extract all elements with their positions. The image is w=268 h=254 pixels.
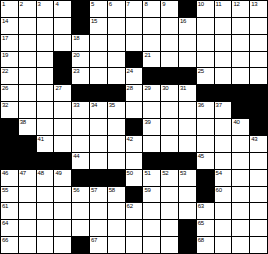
crossword-grid: 1234567891011121314151617181920212223242… [0,0,268,254]
black-cell [19,136,36,152]
black-cell [161,153,178,169]
grid-cell[interactable] [143,203,160,219]
grid-cell[interactable]: 56 [72,187,89,203]
clue-number: 42 [127,136,133,143]
grid-cell[interactable]: 67 [90,237,107,253]
clue-number: 22 [2,68,8,75]
clue-number: 40 [233,119,239,126]
black-cell [215,85,232,101]
grid-cell[interactable]: 62 [126,203,143,219]
clue-number: 52 [162,170,168,177]
black-cell [54,68,71,84]
black-cell [19,153,36,169]
grid-cell[interactable] [90,136,107,152]
grid-cell[interactable] [126,102,143,118]
grid-cell[interactable] [161,35,178,51]
grid-cell[interactable]: 18 [72,35,89,51]
grid-cell[interactable] [126,220,143,236]
grid-cell[interactable]: 37 [215,102,232,118]
grid-cell[interactable]: 3 [37,1,54,17]
grid-cell[interactable] [19,187,36,203]
grid-cell[interactable]: 35 [108,102,125,118]
clue-number: 60 [216,187,222,194]
clue-number: 44 [73,153,79,160]
clue-number: 14 [2,18,8,25]
grid-cell[interactable]: 24 [126,68,143,84]
grid-cell[interactable] [143,220,160,236]
clue-number: 43 [251,136,257,143]
grid-cell[interactable] [72,119,89,135]
grid-cell[interactable] [19,85,36,101]
clue-number: 2 [20,1,23,8]
grid-cell[interactable] [215,237,232,253]
grid-cell[interactable] [232,35,249,51]
clue-number: 12 [233,1,239,8]
grid-cell[interactable]: 32 [1,102,18,118]
grid-cell[interactable]: 43 [250,136,267,152]
grid-cell[interactable] [143,18,160,34]
grid-cell[interactable] [179,136,196,152]
grid-cell[interactable] [232,18,249,34]
clue-number: 36 [198,102,204,109]
black-cell [179,237,196,253]
black-cell [250,102,267,118]
grid-cell[interactable]: 41 [37,136,54,152]
grid-cell[interactable] [37,102,54,118]
clue-number: 63 [198,203,204,210]
clue-number: 11 [216,1,222,8]
grid-cell[interactable] [161,119,178,135]
clue-number: 46 [2,170,8,177]
grid-cell[interactable] [54,35,71,51]
grid-cell[interactable] [143,35,160,51]
grid-cell[interactable] [37,52,54,68]
clue-number: 47 [20,170,26,177]
grid-cell[interactable] [54,136,71,152]
grid-cell[interactable] [108,237,125,253]
grid-cell[interactable]: 45 [197,153,214,169]
grid-cell[interactable] [215,68,232,84]
grid-cell[interactable] [250,18,267,34]
grid-cell[interactable] [215,18,232,34]
grid-cell[interactable] [179,35,196,51]
black-cell [179,68,196,84]
black-cell [1,153,18,169]
clue-number: 37 [216,102,222,109]
grid-cell[interactable]: 39 [143,119,160,135]
grid-cell[interactable]: 2 [19,1,36,17]
black-cell [179,153,196,169]
clue-number: 15 [91,18,97,25]
black-cell [54,52,71,68]
grid-cell[interactable]: 61 [1,203,18,219]
clue-number: 51 [144,170,150,177]
grid-cell[interactable] [54,18,71,34]
grid-cell[interactable] [108,119,125,135]
black-cell [197,85,214,101]
grid-cell[interactable] [54,237,71,253]
clue-number: 3 [38,1,41,8]
grid-cell[interactable] [37,35,54,51]
grid-cell[interactable]: 5 [90,1,107,17]
grid-cell[interactable]: 17 [1,35,18,51]
grid-cell[interactable]: 40 [232,119,249,135]
clue-number: 55 [2,187,8,194]
grid-cell[interactable] [232,187,249,203]
black-cell [90,85,107,101]
clue-number: 65 [198,220,204,227]
grid-cell[interactable] [108,68,125,84]
grid-cell[interactable] [126,35,143,51]
grid-cell[interactable] [54,220,71,236]
clue-number: 25 [198,68,204,75]
grid-cell[interactable] [19,237,36,253]
grid-cell[interactable] [250,237,267,253]
grid-cell[interactable]: 38 [19,119,36,135]
black-cell [54,153,71,169]
grid-cell[interactable] [250,153,267,169]
clue-number: 32 [2,102,8,109]
grid-cell[interactable] [232,68,249,84]
clue-number: 5 [91,1,94,8]
clue-number: 29 [144,85,150,92]
grid-cell[interactable]: 63 [197,203,214,219]
grid-cell[interactable] [90,52,107,68]
clue-number: 31 [180,85,186,92]
grid-cell[interactable] [108,35,125,51]
clue-number: 24 [127,68,133,75]
grid-cell[interactable]: 15 [90,18,107,34]
grid-cell[interactable]: 64 [1,220,18,236]
grid-cell[interactable] [19,18,36,34]
grid-cell[interactable] [232,52,249,68]
grid-cell[interactable]: 11 [215,1,232,17]
grid-cell[interactable]: 1 [1,1,18,17]
grid-cell[interactable] [19,203,36,219]
clue-number: 56 [73,187,79,194]
grid-cell[interactable] [161,203,178,219]
grid-cell[interactable] [90,220,107,236]
clue-number: 67 [91,237,97,244]
grid-cell[interactable] [250,203,267,219]
grid-cell[interactable]: 22 [1,68,18,84]
black-cell [197,187,214,203]
grid-cell[interactable]: 36 [197,102,214,118]
clue-number: 39 [144,119,150,126]
grid-cell[interactable] [197,136,214,152]
clue-number: 68 [198,237,204,244]
black-cell [179,1,196,17]
grid-cell[interactable]: 25 [197,68,214,84]
clue-number: 28 [127,85,133,92]
grid-cell[interactable]: 16 [179,18,196,34]
grid-cell[interactable]: 6 [108,1,125,17]
grid-cell[interactable]: 44 [72,153,89,169]
grid-cell[interactable] [197,18,214,34]
grid-cell[interactable] [232,203,249,219]
grid-cell[interactable] [108,153,125,169]
black-cell [37,153,54,169]
clue-number: 21 [144,52,150,59]
grid-cell[interactable]: 31 [179,85,196,101]
grid-cell[interactable]: 68 [197,237,214,253]
black-cell [232,102,249,118]
black-cell [250,85,267,101]
grid-cell[interactable]: 58 [108,187,125,203]
grid-cell[interactable] [126,18,143,34]
grid-cell[interactable] [197,119,214,135]
clue-number: 13 [251,1,257,8]
grid-cell[interactable] [37,203,54,219]
clue-number: 6 [109,1,112,8]
grid-cell[interactable] [37,119,54,135]
clue-number: 66 [2,237,8,244]
grid-cell[interactable]: 65 [197,220,214,236]
grid-cell[interactable] [108,18,125,34]
clue-number: 38 [20,119,26,126]
grid-cell[interactable] [250,52,267,68]
grid-cell[interactable] [250,187,267,203]
clue-number: 62 [127,203,133,210]
black-cell [126,187,143,203]
clue-number: 16 [180,18,186,25]
clue-number: 58 [109,187,115,194]
clue-number: 50 [127,170,133,177]
black-cell [143,153,160,169]
black-cell [72,1,89,17]
grid-cell[interactable] [161,52,178,68]
black-cell [72,85,89,101]
grid-cell[interactable]: 10 [197,1,214,17]
grid-cell[interactable] [19,220,36,236]
grid-cell[interactable]: 12 [232,1,249,17]
grid-cell[interactable]: 66 [1,237,18,253]
grid-cell[interactable] [215,136,232,152]
black-cell [1,136,18,152]
grid-cell[interactable] [108,203,125,219]
clue-number: 33 [73,102,79,109]
clue-number: 59 [144,187,150,194]
clue-number: 57 [91,187,97,194]
grid-cell[interactable] [19,35,36,51]
grid-cell[interactable] [215,153,232,169]
grid-cell[interactable]: 27 [54,85,71,101]
grid-cell[interactable]: 48 [37,170,54,186]
grid-cell[interactable] [161,102,178,118]
grid-cell[interactable]: 59 [143,187,160,203]
grid-cell[interactable]: 9 [161,1,178,17]
clue-number: 18 [73,35,79,42]
grid-cell[interactable]: 13 [250,1,267,17]
grid-cell[interactable] [19,102,36,118]
grid-cell[interactable] [215,119,232,135]
black-cell [179,220,196,236]
grid-cell[interactable]: 50 [126,170,143,186]
grid-cell[interactable] [179,187,196,203]
grid-cell[interactable] [179,52,196,68]
clue-number: 30 [162,85,168,92]
grid-cell[interactable]: 46 [1,170,18,186]
grid-cell[interactable] [143,237,160,253]
clue-number: 41 [38,136,44,143]
black-cell [250,119,267,135]
clue-number: 35 [109,102,115,109]
grid-cell[interactable] [143,102,160,118]
grid-cell[interactable]: 34 [90,102,107,118]
grid-cell[interactable]: 20 [72,52,89,68]
grid-cell[interactable] [179,203,196,219]
grid-cell[interactable] [250,35,267,51]
grid-cell[interactable] [54,119,71,135]
black-cell [1,119,18,135]
black-cell [72,170,89,186]
grid-cell[interactable] [37,18,54,34]
grid-cell[interactable] [37,85,54,101]
grid-cell[interactable]: 55 [1,187,18,203]
grid-cell[interactable] [90,35,107,51]
clue-number: 7 [127,1,130,8]
grid-cell[interactable]: 60 [215,187,232,203]
grid-cell[interactable] [90,119,107,135]
grid-cell[interactable] [179,119,196,135]
grid-cell[interactable]: 33 [72,102,89,118]
grid-cell[interactable]: 19 [1,52,18,68]
grid-cell[interactable] [108,220,125,236]
clue-number: 9 [162,1,165,8]
grid-cell[interactable]: 29 [143,85,160,101]
black-cell [232,85,249,101]
grid-cell[interactable]: 52 [161,170,178,186]
grid-cell[interactable] [72,203,89,219]
grid-cell[interactable]: 8 [143,1,160,17]
black-cell [197,170,214,186]
grid-cell[interactable]: 53 [179,170,196,186]
clue-number: 49 [55,170,61,177]
grid-cell[interactable]: 54 [215,170,232,186]
grid-cell[interactable]: 28 [126,85,143,101]
grid-cell[interactable]: 42 [126,136,143,152]
grid-cell[interactable] [179,102,196,118]
grid-cell[interactable] [215,52,232,68]
clue-number: 54 [216,170,222,177]
grid-cell[interactable] [197,52,214,68]
black-cell [108,170,125,186]
grid-cell[interactable] [37,237,54,253]
clue-number: 8 [144,1,147,8]
grid-cell[interactable]: 4 [54,1,71,17]
clue-number: 17 [2,35,8,42]
clue-number: 19 [2,52,8,59]
grid-cell[interactable]: 23 [72,68,89,84]
grid-cell[interactable] [54,102,71,118]
grid-cell[interactable] [126,237,143,253]
clue-number: 20 [73,52,79,59]
grid-cell[interactable] [126,153,143,169]
clue-number: 45 [198,153,204,160]
grid-cell[interactable] [90,203,107,219]
grid-cell[interactable] [161,220,178,236]
grid-cell[interactable] [250,220,267,236]
grid-cell[interactable] [143,136,160,152]
clue-number: 1 [2,1,5,8]
grid-cell[interactable] [232,220,249,236]
grid-cell[interactable] [215,220,232,236]
grid-cell[interactable] [232,170,249,186]
grid-cell[interactable] [161,187,178,203]
grid-cell[interactable]: 26 [1,85,18,101]
grid-cell[interactable] [72,220,89,236]
grid-cell[interactable] [161,136,178,152]
clue-number: 53 [180,170,186,177]
black-cell [72,237,89,253]
black-cell [108,85,125,101]
grid-cell[interactable] [54,203,71,219]
grid-cell[interactable]: 21 [143,52,160,68]
grid-cell[interactable] [90,153,107,169]
grid-cell[interactable] [197,35,214,51]
grid-cell[interactable] [72,136,89,152]
clue-number: 34 [91,102,97,109]
grid-cell[interactable] [250,170,267,186]
black-cell [126,119,143,135]
grid-cell[interactable] [232,237,249,253]
clue-number: 26 [2,85,8,92]
black-cell [90,170,107,186]
grid-cell[interactable] [19,68,36,84]
grid-cell[interactable]: 51 [143,170,160,186]
black-cell [72,18,89,34]
clue-number: 23 [73,68,79,75]
grid-cell[interactable]: 49 [54,170,71,186]
grid-cell[interactable] [108,52,125,68]
grid-cell[interactable] [108,136,125,152]
grid-cell[interactable] [161,18,178,34]
grid-cell[interactable] [232,136,249,152]
grid-cell[interactable] [215,203,232,219]
grid-cell[interactable] [37,187,54,203]
grid-cell[interactable] [250,68,267,84]
crossword-board: 1234567891011121314151617181920212223242… [0,0,268,254]
grid-cell[interactable]: 7 [126,1,143,17]
grid-cell[interactable] [232,153,249,169]
grid-cell[interactable] [54,187,71,203]
clue-number: 61 [2,203,8,210]
grid-cell[interactable] [215,35,232,51]
grid-cell[interactable] [37,68,54,84]
grid-cell[interactable] [19,52,36,68]
clue-number: 10 [198,1,204,8]
grid-cell[interactable]: 30 [161,85,178,101]
grid-cell[interactable] [37,220,54,236]
clue-number: 64 [2,220,8,227]
clue-number: 27 [55,85,61,92]
black-cell [126,52,143,68]
grid-cell[interactable]: 47 [19,170,36,186]
black-cell [161,68,178,84]
grid-cell[interactable]: 14 [1,18,18,34]
clue-number: 48 [38,170,44,177]
black-cell [143,68,160,84]
grid-cell[interactable]: 57 [90,187,107,203]
grid-cell[interactable] [90,68,107,84]
clue-number: 4 [55,1,58,8]
grid-cell[interactable] [161,237,178,253]
